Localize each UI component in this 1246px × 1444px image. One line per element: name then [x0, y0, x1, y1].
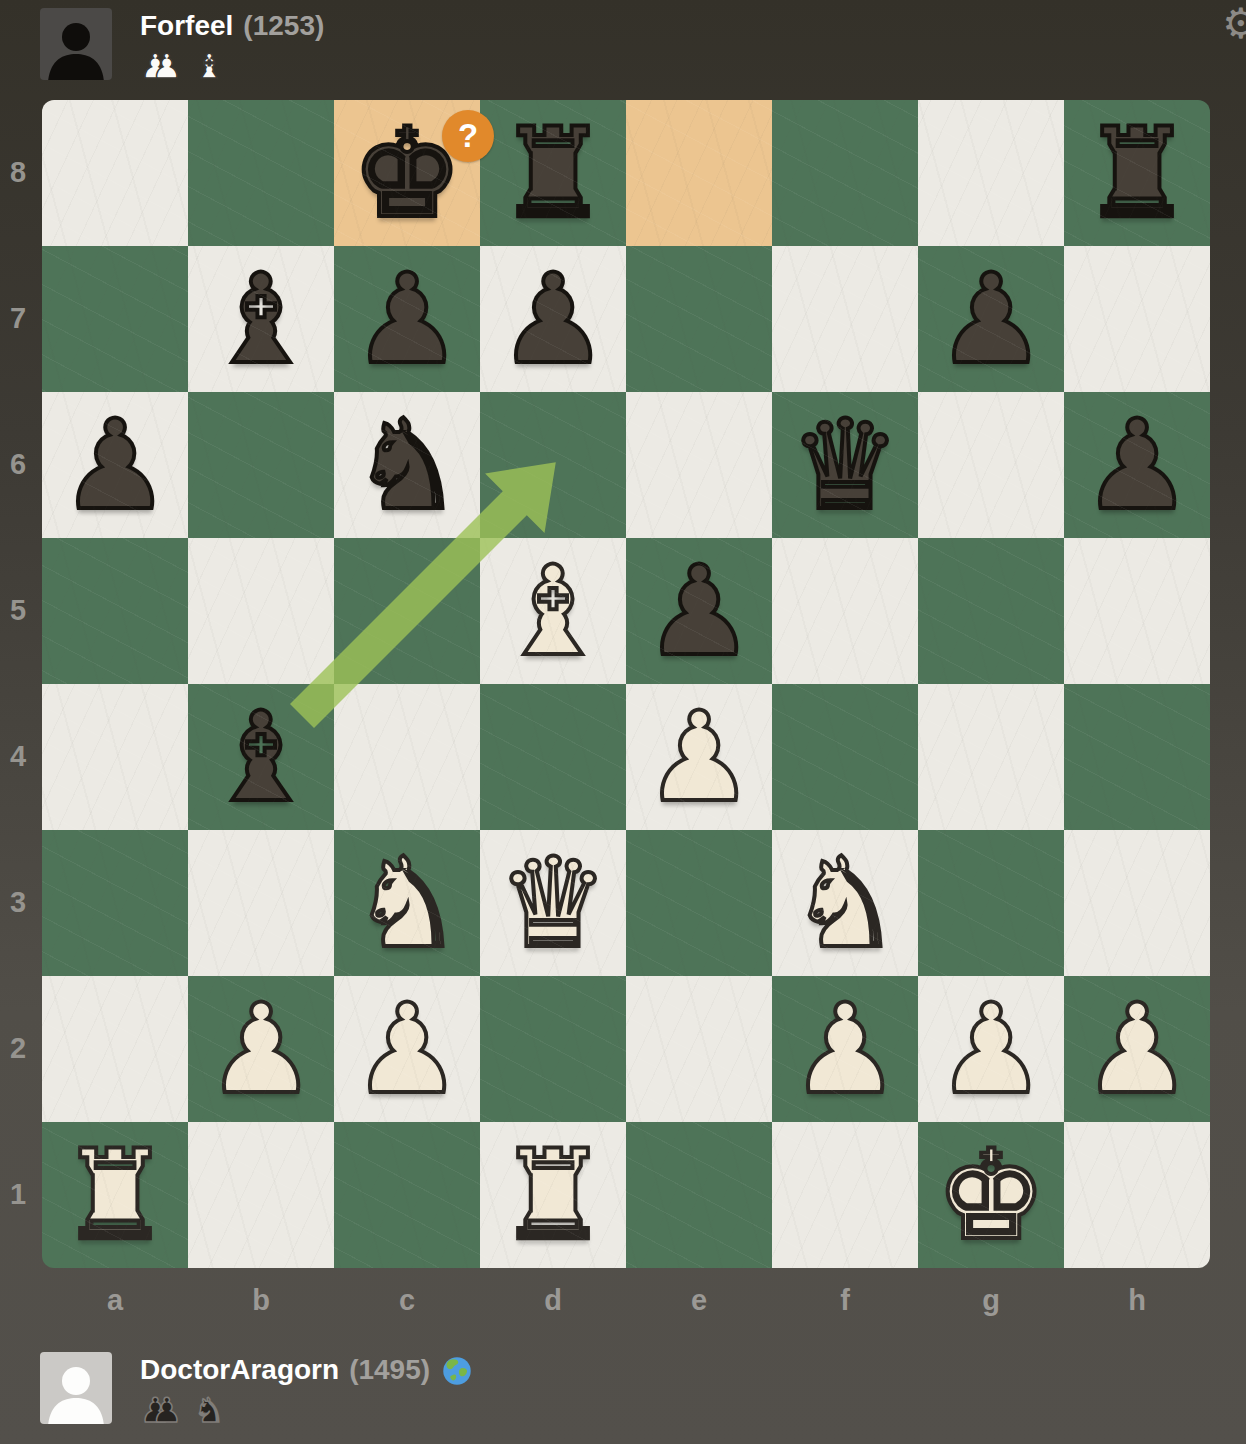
square-e5[interactable]: ♟ — [626, 538, 772, 684]
rank-label-2: 2 — [0, 1032, 36, 1065]
piece-black-bishop[interactable]: ♝ — [188, 684, 334, 830]
piece-white-pawn[interactable]: ♟ — [1064, 976, 1210, 1122]
player-bottom: DoctorAragorn (1495) ♟♟♞ — [40, 1352, 472, 1428]
square-d7[interactable]: ♟ — [480, 246, 626, 392]
square-g6[interactable] — [918, 392, 1064, 538]
square-c1[interactable] — [334, 1122, 480, 1268]
square-b7[interactable]: ♝ — [188, 246, 334, 392]
piece-white-rook[interactable]: ♜ — [42, 1122, 188, 1268]
rank-label-5: 5 — [0, 594, 36, 627]
piece-black-pawn[interactable]: ♟ — [480, 246, 626, 392]
square-e3[interactable] — [626, 830, 772, 976]
square-f3[interactable]: ♞ — [772, 830, 918, 976]
square-a7[interactable] — [42, 246, 188, 392]
piece-white-pawn[interactable]: ♟ — [188, 976, 334, 1122]
square-b4[interactable]: ♝ — [188, 684, 334, 830]
square-b6[interactable] — [188, 392, 334, 538]
square-c4[interactable] — [334, 684, 480, 830]
avatar[interactable] — [40, 8, 112, 80]
square-g5[interactable] — [918, 538, 1064, 684]
file-label-f: f — [772, 1284, 918, 1317]
player-rating: (1495) — [349, 1354, 430, 1386]
piece-black-pawn[interactable]: ♟ — [626, 538, 772, 684]
file-label-b: b — [188, 1284, 334, 1317]
person-silhouette-icon — [40, 1352, 112, 1424]
settings-gear-icon[interactable]: ⚙ — [1222, 2, 1246, 46]
square-h4[interactable] — [1064, 684, 1210, 830]
rank-label-1: 1 — [0, 1178, 36, 1211]
square-h3[interactable] — [1064, 830, 1210, 976]
piece-white-pawn[interactable]: ♟ — [772, 976, 918, 1122]
player-name[interactable]: Forfeel — [140, 10, 233, 42]
square-a6[interactable]: ♟ — [42, 392, 188, 538]
square-c5[interactable] — [334, 538, 480, 684]
square-b5[interactable] — [188, 538, 334, 684]
rank-label-4: 4 — [0, 740, 36, 773]
piece-black-pawn[interactable]: ♟ — [918, 246, 1064, 392]
chess-board: ♚♜♜♝♟♟♟♟♞♛♟♝♟♝♟♞♛♞♟♟♟♟♟♜♜♚ — [42, 100, 1210, 1268]
square-h8[interactable]: ♜ — [1064, 100, 1210, 246]
square-g7[interactable]: ♟ — [918, 246, 1064, 392]
piece-white-rook[interactable]: ♜ — [480, 1122, 626, 1268]
square-g3[interactable] — [918, 830, 1064, 976]
square-g8[interactable] — [918, 100, 1064, 246]
square-g2[interactable]: ♟ — [918, 976, 1064, 1122]
square-e4[interactable]: ♟ — [626, 684, 772, 830]
file-label-h: h — [1064, 1284, 1210, 1317]
square-h1[interactable] — [1064, 1122, 1210, 1268]
square-g4[interactable] — [918, 684, 1064, 830]
player-name-row: Forfeel (1253) — [140, 10, 324, 44]
square-d3[interactable]: ♛ — [480, 830, 626, 976]
piece-black-knight[interactable]: ♞ — [334, 392, 480, 538]
piece-white-knight[interactable]: ♞ — [772, 830, 918, 976]
piece-black-pawn[interactable]: ♟ — [334, 246, 480, 392]
square-a8[interactable] — [42, 100, 188, 246]
player-name[interactable]: DoctorAragorn — [140, 1354, 339, 1386]
square-f8[interactable] — [772, 100, 918, 246]
captured-white-bishop-icon: ♝ — [194, 48, 224, 84]
square-d2[interactable] — [480, 976, 626, 1122]
piece-black-queen[interactable]: ♛ — [772, 392, 918, 538]
piece-white-king[interactable]: ♚ — [918, 1122, 1064, 1268]
square-f5[interactable] — [772, 538, 918, 684]
file-label-a: a — [42, 1284, 188, 1317]
square-b1[interactable] — [188, 1122, 334, 1268]
square-b2[interactable]: ♟ — [188, 976, 334, 1122]
person-silhouette-icon — [40, 8, 112, 80]
rank-label-6: 6 — [0, 448, 36, 481]
globe-icon — [442, 1356, 472, 1386]
captured-pieces-tray: ♟♟♝ — [140, 46, 324, 84]
player-top: Forfeel (1253) ♟♟♝ — [40, 8, 324, 84]
square-a2[interactable] — [42, 976, 188, 1122]
piece-white-bishop[interactable]: ♝ — [480, 538, 626, 684]
captured-white-pawn-icon: ♟ — [151, 48, 181, 84]
player-name-row: DoctorAragorn (1495) — [140, 1354, 472, 1388]
square-d5[interactable]: ♝ — [480, 538, 626, 684]
square-g1[interactable]: ♚ — [918, 1122, 1064, 1268]
square-a4[interactable] — [42, 684, 188, 830]
square-e8[interactable] — [626, 100, 772, 246]
square-d6[interactable] — [480, 392, 626, 538]
square-b8[interactable] — [188, 100, 334, 246]
rank-label-8: 8 — [0, 156, 36, 189]
square-h2[interactable]: ♟ — [1064, 976, 1210, 1122]
file-label-d: d — [480, 1284, 626, 1317]
piece-white-pawn[interactable]: ♟ — [918, 976, 1064, 1122]
avatar[interactable] — [40, 1352, 112, 1424]
square-d1[interactable]: ♜ — [480, 1122, 626, 1268]
square-f7[interactable] — [772, 246, 918, 392]
square-e7[interactable] — [626, 246, 772, 392]
square-c6[interactable]: ♞ — [334, 392, 480, 538]
piece-black-rook[interactable]: ♜ — [1064, 100, 1210, 246]
rank-label-3: 3 — [0, 886, 36, 919]
rank-label-7: 7 — [0, 302, 36, 335]
move-annotation-badge: ? — [442, 110, 494, 162]
square-f6[interactable]: ♛ — [772, 392, 918, 538]
player-rating: (1253) — [243, 10, 324, 42]
piece-black-rook[interactable]: ♜ — [480, 100, 626, 246]
square-h7[interactable] — [1064, 246, 1210, 392]
captured-black-pawn-icon: ♟ — [151, 1392, 181, 1428]
piece-white-pawn[interactable]: ♟ — [334, 976, 480, 1122]
square-c7[interactable]: ♟ — [334, 246, 480, 392]
file-label-e: e — [626, 1284, 772, 1317]
piece-black-pawn[interactable]: ♟ — [42, 392, 188, 538]
square-c2[interactable]: ♟ — [334, 976, 480, 1122]
file-label-c: c — [334, 1284, 480, 1317]
square-a5[interactable] — [42, 538, 188, 684]
piece-black-bishop[interactable]: ♝ — [188, 246, 334, 392]
square-e1[interactable] — [626, 1122, 772, 1268]
captured-black-knight-icon: ♞ — [194, 1392, 224, 1428]
square-f2[interactable]: ♟ — [772, 976, 918, 1122]
square-b3[interactable] — [188, 830, 334, 976]
piece-black-pawn[interactable]: ♟ — [1064, 392, 1210, 538]
square-f1[interactable] — [772, 1122, 918, 1268]
square-d8[interactable]: ♜ — [480, 100, 626, 246]
square-e2[interactable] — [626, 976, 772, 1122]
square-h5[interactable] — [1064, 538, 1210, 684]
square-d4[interactable] — [480, 684, 626, 830]
file-label-g: g — [918, 1284, 1064, 1317]
square-e6[interactable] — [626, 392, 772, 538]
piece-white-pawn[interactable]: ♟ — [626, 684, 772, 830]
piece-white-queen[interactable]: ♛ — [480, 830, 626, 976]
square-c3[interactable]: ♞ — [334, 830, 480, 976]
piece-white-knight[interactable]: ♞ — [334, 830, 480, 976]
square-a1[interactable]: ♜ — [42, 1122, 188, 1268]
square-f4[interactable] — [772, 684, 918, 830]
captured-pieces-tray: ♟♟♞ — [140, 1390, 472, 1428]
square-a3[interactable] — [42, 830, 188, 976]
square-h6[interactable]: ♟ — [1064, 392, 1210, 538]
